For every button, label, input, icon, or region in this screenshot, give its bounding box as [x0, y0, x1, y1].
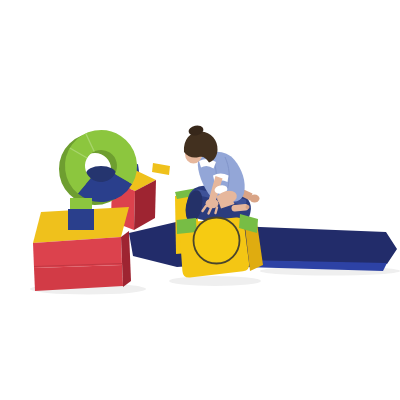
shadow-under-cradle: [169, 276, 261, 286]
arch-leg-navy: [68, 209, 94, 230]
soft-play-photo: [0, 0, 400, 400]
child-toes: [246, 205, 250, 209]
front-trim-left: [177, 218, 197, 234]
photo-stage: [0, 0, 400, 400]
finger-3: [216, 208, 218, 214]
child-far-hand: [250, 195, 260, 203]
cylinder-yellow-cap: [194, 218, 240, 264]
